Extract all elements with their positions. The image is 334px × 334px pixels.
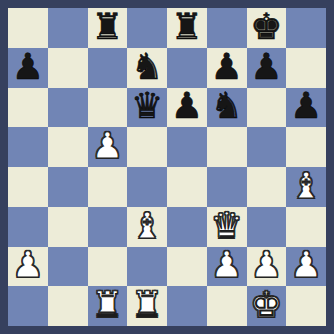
square-a5[interactable] bbox=[8, 127, 48, 167]
square-d6[interactable]: ♛ bbox=[127, 88, 167, 128]
white-pawn-piece[interactable]: ♟ bbox=[290, 247, 322, 283]
chess-board-grid: ♜♜♚♟♞♟♟♛♟♞♟♟♝♝♛♟♟♟♟♜♜♚ bbox=[8, 8, 326, 326]
square-b4[interactable] bbox=[48, 167, 88, 207]
square-c3[interactable] bbox=[88, 207, 128, 247]
square-g1[interactable]: ♚ bbox=[247, 286, 287, 326]
square-d5[interactable] bbox=[127, 127, 167, 167]
square-d1[interactable]: ♜ bbox=[127, 286, 167, 326]
white-bishop-piece[interactable]: ♝ bbox=[131, 208, 163, 244]
white-pawn-piece[interactable]: ♟ bbox=[12, 247, 44, 283]
black-pawn-piece[interactable]: ♟ bbox=[290, 88, 322, 124]
square-h3[interactable] bbox=[286, 207, 326, 247]
square-h6[interactable]: ♟ bbox=[286, 88, 326, 128]
square-g7[interactable]: ♟ bbox=[247, 48, 287, 88]
black-rook-piece[interactable]: ♜ bbox=[91, 9, 123, 45]
square-b6[interactable] bbox=[48, 88, 88, 128]
square-b2[interactable] bbox=[48, 247, 88, 287]
square-d8[interactable] bbox=[127, 8, 167, 48]
square-g5[interactable] bbox=[247, 127, 287, 167]
square-c2[interactable] bbox=[88, 247, 128, 287]
square-b1[interactable] bbox=[48, 286, 88, 326]
square-c6[interactable] bbox=[88, 88, 128, 128]
square-d4[interactable] bbox=[127, 167, 167, 207]
square-f7[interactable]: ♟ bbox=[207, 48, 247, 88]
square-c5[interactable]: ♟ bbox=[88, 127, 128, 167]
square-g2[interactable]: ♟ bbox=[247, 247, 287, 287]
black-pawn-piece[interactable]: ♟ bbox=[210, 49, 242, 85]
square-b5[interactable] bbox=[48, 127, 88, 167]
white-king-piece[interactable]: ♚ bbox=[250, 287, 282, 323]
black-knight-piece[interactable]: ♞ bbox=[210, 88, 242, 124]
square-b8[interactable] bbox=[48, 8, 88, 48]
square-d2[interactable] bbox=[127, 247, 167, 287]
square-e3[interactable] bbox=[167, 207, 207, 247]
square-h5[interactable] bbox=[286, 127, 326, 167]
white-queen-piece[interactable]: ♛ bbox=[210, 208, 242, 244]
white-rook-piece[interactable]: ♜ bbox=[91, 287, 123, 323]
square-f1[interactable] bbox=[207, 286, 247, 326]
square-e2[interactable] bbox=[167, 247, 207, 287]
square-c1[interactable]: ♜ bbox=[88, 286, 128, 326]
square-a6[interactable] bbox=[8, 88, 48, 128]
square-g4[interactable] bbox=[247, 167, 287, 207]
square-f5[interactable] bbox=[207, 127, 247, 167]
square-e4[interactable] bbox=[167, 167, 207, 207]
black-king-piece[interactable]: ♚ bbox=[250, 9, 282, 45]
square-f6[interactable]: ♞ bbox=[207, 88, 247, 128]
square-g3[interactable] bbox=[247, 207, 287, 247]
square-e8[interactable]: ♜ bbox=[167, 8, 207, 48]
square-d3[interactable]: ♝ bbox=[127, 207, 167, 247]
white-pawn-piece[interactable]: ♟ bbox=[250, 247, 282, 283]
square-e1[interactable] bbox=[167, 286, 207, 326]
square-c7[interactable] bbox=[88, 48, 128, 88]
white-pawn-piece[interactable]: ♟ bbox=[210, 247, 242, 283]
square-f4[interactable] bbox=[207, 167, 247, 207]
square-a2[interactable]: ♟ bbox=[8, 247, 48, 287]
square-f2[interactable]: ♟ bbox=[207, 247, 247, 287]
black-knight-piece[interactable]: ♞ bbox=[131, 49, 163, 85]
black-rook-piece[interactable]: ♜ bbox=[171, 9, 203, 45]
white-rook-piece[interactable]: ♜ bbox=[131, 287, 163, 323]
square-f3[interactable]: ♛ bbox=[207, 207, 247, 247]
square-h1[interactable] bbox=[286, 286, 326, 326]
square-h8[interactable] bbox=[286, 8, 326, 48]
square-a3[interactable] bbox=[8, 207, 48, 247]
square-g8[interactable]: ♚ bbox=[247, 8, 287, 48]
square-a7[interactable]: ♟ bbox=[8, 48, 48, 88]
black-queen-piece[interactable]: ♛ bbox=[131, 88, 163, 124]
chess-board-frame: ♜♜♚♟♞♟♟♛♟♞♟♟♝♝♛♟♟♟♟♜♜♚ bbox=[0, 0, 334, 334]
square-g6[interactable] bbox=[247, 88, 287, 128]
square-f8[interactable] bbox=[207, 8, 247, 48]
square-a1[interactable] bbox=[8, 286, 48, 326]
square-e7[interactable] bbox=[167, 48, 207, 88]
black-pawn-piece[interactable]: ♟ bbox=[12, 49, 44, 85]
square-e5[interactable] bbox=[167, 127, 207, 167]
square-h7[interactable] bbox=[286, 48, 326, 88]
square-h4[interactable]: ♝ bbox=[286, 167, 326, 207]
square-c4[interactable] bbox=[88, 167, 128, 207]
white-bishop-piece[interactable]: ♝ bbox=[290, 168, 322, 204]
black-pawn-piece[interactable]: ♟ bbox=[171, 88, 203, 124]
square-c8[interactable]: ♜ bbox=[88, 8, 128, 48]
white-pawn-piece[interactable]: ♟ bbox=[91, 128, 123, 164]
square-a4[interactable] bbox=[8, 167, 48, 207]
black-pawn-piece[interactable]: ♟ bbox=[250, 49, 282, 85]
square-b3[interactable] bbox=[48, 207, 88, 247]
square-h2[interactable]: ♟ bbox=[286, 247, 326, 287]
square-d7[interactable]: ♞ bbox=[127, 48, 167, 88]
square-e6[interactable]: ♟ bbox=[167, 88, 207, 128]
square-b7[interactable] bbox=[48, 48, 88, 88]
square-a8[interactable] bbox=[8, 8, 48, 48]
